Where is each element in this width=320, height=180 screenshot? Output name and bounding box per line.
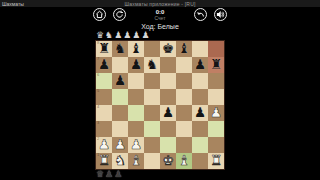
square-f8[interactable]: ♝	[176, 41, 192, 57]
square-h6[interactable]	[208, 73, 224, 89]
square-f6[interactable]	[176, 73, 192, 89]
captured-white-pieces-tray: ♛♞♟♟♟♟	[96, 30, 224, 40]
square-a7[interactable]: 7♟	[96, 57, 112, 73]
square-d7[interactable]: ♞	[144, 57, 160, 73]
black-rook[interactable]: ♜	[96, 41, 112, 57]
square-h7[interactable]: ♜	[208, 57, 224, 73]
score-label: Счет	[139, 16, 181, 21]
square-b1[interactable]: ♞	[112, 153, 128, 169]
black-pawn[interactable]: ♟	[128, 57, 144, 73]
square-h4[interactable]: ♟	[208, 105, 224, 121]
square-b4[interactable]	[112, 105, 128, 121]
black-bishop[interactable]: ♝	[128, 41, 144, 57]
square-c5[interactable]	[128, 89, 144, 105]
square-e7[interactable]	[160, 57, 176, 73]
black-pawn[interactable]: ♟	[112, 73, 128, 89]
square-c1[interactable]: ♝	[128, 153, 144, 169]
white-pawn[interactable]: ♟	[128, 137, 144, 153]
square-b2[interactable]: ♟	[112, 137, 128, 153]
square-c8[interactable]: ♝	[128, 41, 144, 57]
square-e2[interactable]	[160, 137, 176, 153]
square-g4[interactable]: ♟	[192, 105, 208, 121]
square-g1[interactable]	[192, 153, 208, 169]
control-bar: 0:0 Счет	[0, 7, 320, 22]
white-pawn[interactable]: ♟	[208, 105, 224, 121]
square-g2[interactable]	[192, 137, 208, 153]
undo-button[interactable]	[194, 8, 207, 21]
square-d3[interactable]	[144, 121, 160, 137]
white-knight[interactable]: ♞	[112, 153, 128, 169]
square-b5[interactable]	[112, 89, 128, 105]
square-a6[interactable]: 6	[96, 73, 112, 89]
square-d4[interactable]	[144, 105, 160, 121]
square-e8[interactable]: ♚	[160, 41, 176, 57]
undo-arrow-icon	[196, 10, 205, 19]
square-h3[interactable]	[208, 121, 224, 137]
black-rook[interactable]: ♜	[208, 57, 224, 73]
square-d2[interactable]	[144, 137, 160, 153]
captured-piece: ♟	[114, 30, 123, 40]
square-h2[interactable]	[208, 137, 224, 153]
square-h5[interactable]	[208, 89, 224, 105]
square-c3[interactable]	[128, 121, 144, 137]
rank-label: 6	[97, 73, 99, 77]
white-rook[interactable]: ♜	[96, 153, 112, 169]
rank-label: 4	[97, 105, 99, 109]
title-bar: Шахматы Шахматы приложение - [RU]	[0, 0, 320, 7]
square-a2[interactable]: 2♟	[96, 137, 112, 153]
square-c4[interactable]	[128, 105, 144, 121]
square-f1[interactable]: ♝	[176, 153, 192, 169]
captured-piece: ♛	[96, 169, 105, 179]
square-d5[interactable]	[144, 89, 160, 105]
square-e5[interactable]	[160, 89, 176, 105]
square-d8[interactable]	[144, 41, 160, 57]
square-b6[interactable]: ♟	[112, 73, 128, 89]
square-e3[interactable]	[160, 121, 176, 137]
white-pawn[interactable]: ♟	[96, 137, 112, 153]
refresh-icon	[115, 10, 124, 19]
white-king[interactable]: ♚	[160, 153, 176, 169]
new-game-button[interactable]	[113, 8, 126, 21]
square-f3[interactable]	[176, 121, 192, 137]
captured-piece: ♟	[114, 169, 123, 179]
captured-black-pieces-tray: ♛♟♟	[96, 169, 224, 179]
captured-piece: ♛	[96, 30, 105, 40]
square-e6[interactable]	[160, 73, 176, 89]
white-bishop[interactable]: ♝	[128, 153, 144, 169]
square-a5[interactable]: 5	[96, 89, 112, 105]
sound-button[interactable]	[214, 8, 227, 21]
captured-piece: ♟	[123, 30, 132, 40]
black-king[interactable]: ♚	[160, 41, 176, 57]
speaker-icon	[216, 10, 225, 19]
rank-label: 5	[97, 89, 99, 93]
square-e4[interactable]: ♟	[160, 105, 176, 121]
square-e1[interactable]: ♚	[160, 153, 176, 169]
square-b7[interactable]	[112, 57, 128, 73]
captured-piece: ♟	[141, 30, 150, 40]
white-bishop[interactable]: ♝	[176, 153, 192, 169]
square-f4[interactable]	[176, 105, 192, 121]
home-icon	[95, 10, 104, 19]
rank-label: 3	[97, 121, 99, 125]
white-pawn[interactable]: ♟	[112, 137, 128, 153]
square-h8[interactable]	[208, 41, 224, 57]
square-c2[interactable]: ♟	[128, 137, 144, 153]
square-h1[interactable]: ♜	[208, 153, 224, 169]
home-button[interactable]	[93, 8, 106, 21]
score-box: 0:0 Счет	[139, 9, 181, 21]
white-rook[interactable]: ♜	[208, 153, 224, 169]
square-g7[interactable]: ♟	[192, 57, 208, 73]
black-knight[interactable]: ♞	[144, 57, 160, 73]
square-c7[interactable]: ♟	[128, 57, 144, 73]
square-g5[interactable]	[192, 89, 208, 105]
chess-board[interactable]: 8♜♞♝♚♝7♟♟♞♟♜6♟54♟♟♟32♟♟♟1♜♞♝♚♝♜	[96, 41, 224, 169]
square-a3[interactable]: 3	[96, 121, 112, 137]
square-a1[interactable]: 1♜	[96, 153, 112, 169]
captured-piece: ♟	[105, 169, 114, 179]
square-a8[interactable]: 8♜	[96, 41, 112, 57]
square-g6[interactable]	[192, 73, 208, 89]
black-pawn[interactable]: ♟	[96, 57, 112, 73]
square-b8[interactable]: ♞	[112, 41, 128, 57]
square-f7[interactable]	[176, 57, 192, 73]
black-pawn[interactable]: ♟	[192, 57, 208, 73]
captured-piece: ♞	[105, 30, 114, 40]
square-b3[interactable]	[112, 121, 128, 137]
square-a4[interactable]: 4	[96, 105, 112, 121]
turn-indicator: Ход: Белые	[0, 23, 320, 30]
black-pawn[interactable]: ♟	[160, 105, 176, 121]
black-knight[interactable]: ♞	[112, 41, 128, 57]
black-bishop[interactable]: ♝	[176, 41, 192, 57]
square-d1[interactable]	[144, 153, 160, 169]
score-value: 0:0	[139, 9, 181, 15]
black-pawn[interactable]: ♟	[192, 105, 208, 121]
square-g3[interactable]	[192, 121, 208, 137]
square-g8[interactable]	[192, 41, 208, 57]
square-c6[interactable]	[128, 73, 144, 89]
square-f2[interactable]	[176, 137, 192, 153]
square-d6[interactable]	[144, 73, 160, 89]
square-f5[interactable]	[176, 89, 192, 105]
